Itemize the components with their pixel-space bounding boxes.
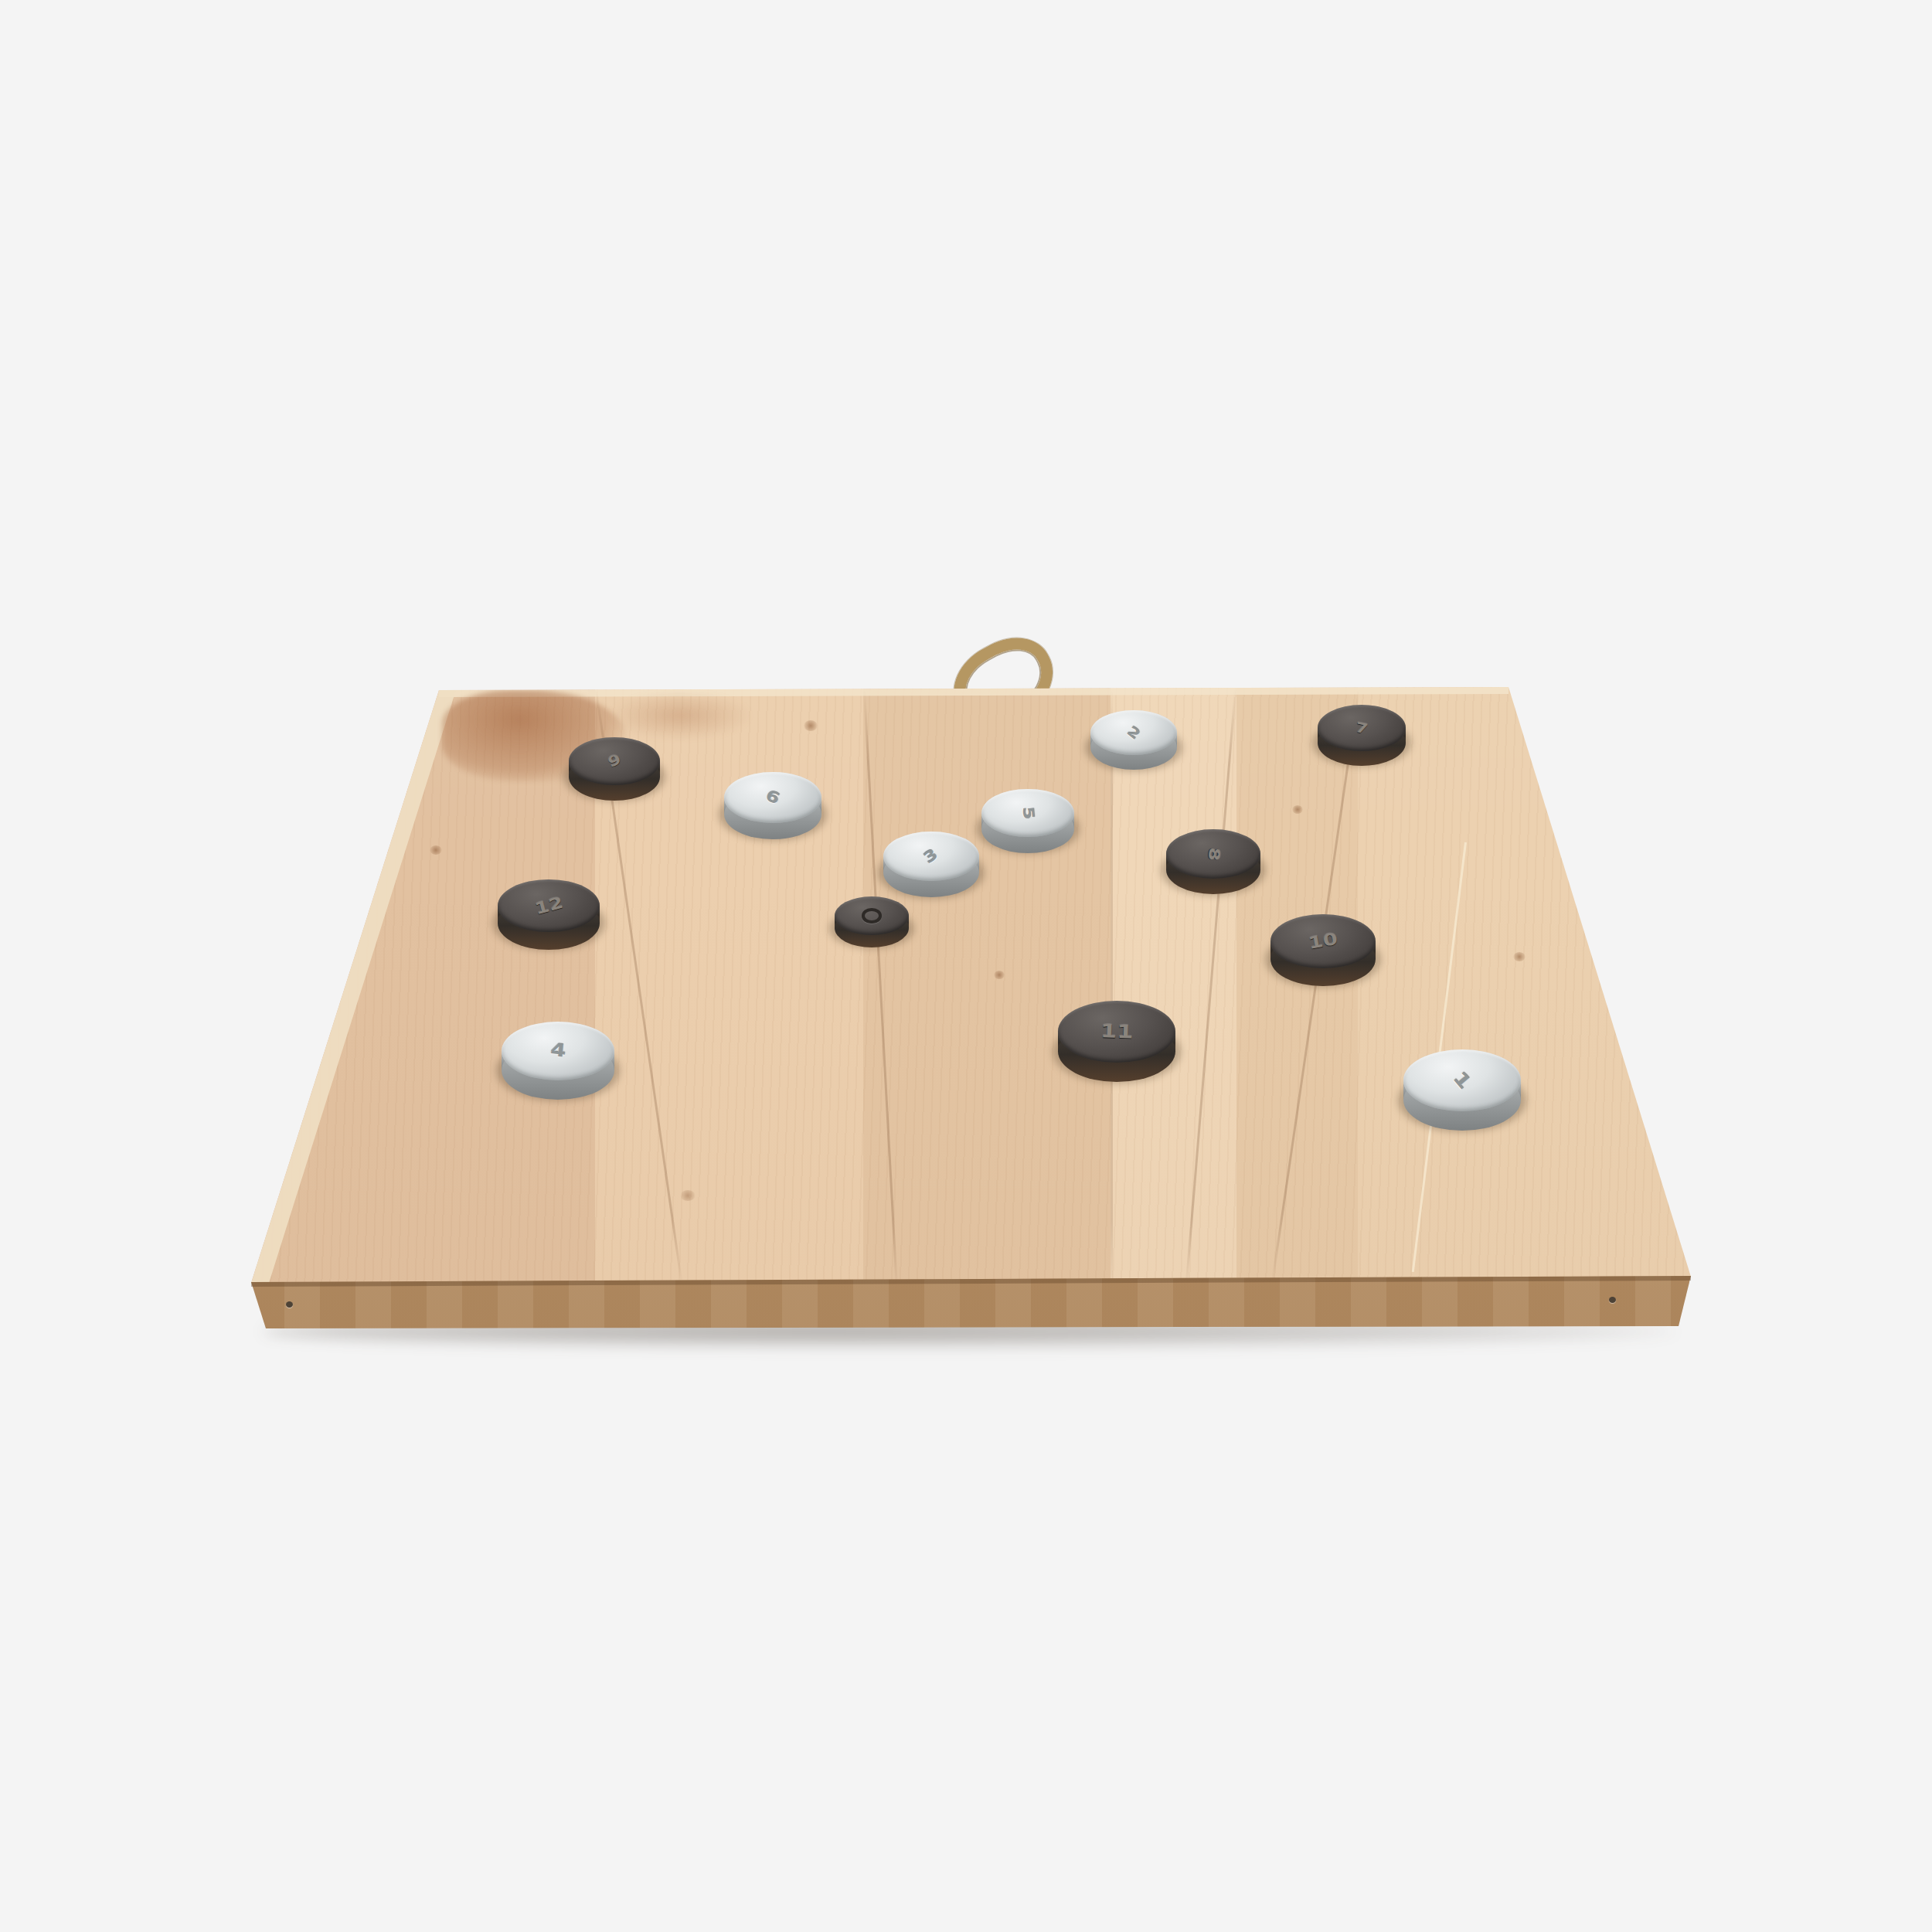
- puck-dark-12[interactable]: 12: [498, 879, 600, 950]
- puck-dark-9[interactable]: 9: [569, 737, 660, 800]
- puck-dark-7[interactable]: 7: [1318, 705, 1406, 766]
- puck-top-face: 8: [1166, 829, 1260, 878]
- puck-number: 4: [549, 1042, 566, 1060]
- puck-silver-6[interactable]: 6: [724, 772, 821, 839]
- puck-top-face: 3: [883, 832, 979, 881]
- puck-top-face: [835, 896, 909, 935]
- puck-top-face: 12: [498, 879, 600, 933]
- puck-number: 9: [606, 753, 623, 770]
- puck-silver-3[interactable]: 3: [883, 832, 979, 898]
- puck-dark-8[interactable]: 8: [1166, 829, 1260, 894]
- product-photo-scene: 729658312101141: [0, 0, 1932, 1932]
- puck-number: 1: [1450, 1068, 1475, 1092]
- puck-number: 10: [1308, 930, 1339, 951]
- puck-top-face: 7: [1318, 705, 1406, 750]
- puck-top-face: 11: [1058, 1001, 1175, 1062]
- puck-top-face: 5: [981, 789, 1074, 837]
- puck-silver-5[interactable]: 5: [981, 789, 1074, 853]
- puck-top-face: 1: [1403, 1049, 1521, 1111]
- puck-top-face: 4: [502, 1022, 614, 1080]
- puck-silver-4[interactable]: 4: [502, 1022, 614, 1100]
- puck-number: 3: [921, 846, 940, 866]
- puck-number: 11: [1100, 1022, 1133, 1041]
- puck-number: 2: [1124, 723, 1142, 741]
- puck-number: 7: [1354, 720, 1369, 736]
- puck-dark-11[interactable]: 11: [1058, 1001, 1175, 1082]
- puck-top-face: 10: [1270, 914, 1376, 969]
- puck-dark-10[interactable]: 10: [1270, 914, 1376, 987]
- master-cast-ring-mark: [862, 908, 881, 923]
- puck-number: 12: [533, 894, 565, 917]
- puck-top-face: 9: [569, 737, 660, 784]
- pucks-layer: 729658312101141: [0, 0, 1932, 1932]
- puck-number: 6: [764, 787, 782, 807]
- puck-top-face: 2: [1090, 710, 1177, 755]
- puck-silver-1[interactable]: 1: [1403, 1049, 1521, 1131]
- puck-master[interactable]: [835, 896, 909, 947]
- puck-number: 8: [1206, 847, 1221, 862]
- puck-silver-2[interactable]: 2: [1090, 710, 1177, 770]
- puck-number: 5: [1020, 806, 1036, 820]
- puck-top-face: 6: [724, 772, 821, 823]
